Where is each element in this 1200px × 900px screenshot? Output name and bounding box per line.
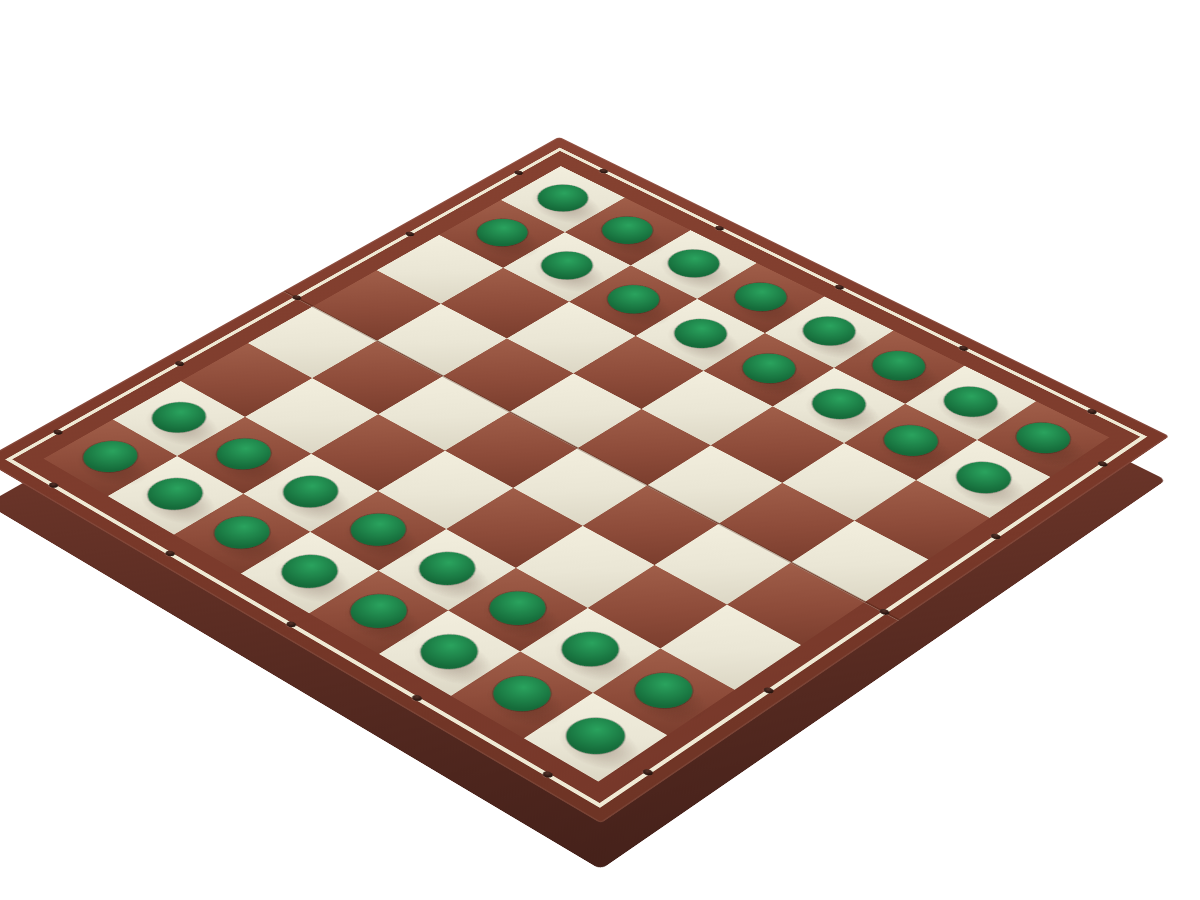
white-rook-glyph: ♜ [501, 576, 691, 749]
black-pawn-h7[interactable]: ♟ [916, 439, 1050, 517]
white-rook-h1[interactable]: ♜ [524, 692, 668, 781]
chess-board: ♜♞♝♛♚♝♞♜♟♟♟♟♟♟♟♟♟♟♟♟♟♟♟♟♜♞♝♛♚♝♞♜ [0, 137, 1170, 824]
black-pawn-glyph: ♟ [895, 351, 1072, 490]
chess-set-photo: ♜♞♝♛♚♝♞♜♟♟♟♟♟♟♟♟♟♟♟♟♟♟♟♟♜♞♝♛♚♝♞♜ [0, 0, 1200, 900]
